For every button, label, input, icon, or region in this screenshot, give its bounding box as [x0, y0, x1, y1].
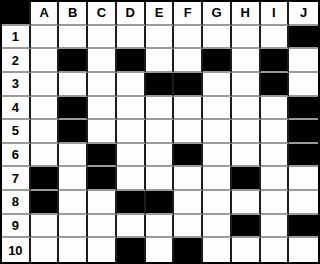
col-header-E: E	[146, 2, 175, 26]
cell-A4[interactable]	[31, 97, 60, 121]
row-header-3: 3	[2, 73, 31, 97]
col-header-H: H	[232, 2, 261, 26]
cell-F2[interactable]	[174, 49, 203, 73]
cell-I4[interactable]	[261, 97, 290, 121]
cell-C9[interactable]	[88, 215, 117, 239]
col-header-D: D	[117, 2, 146, 26]
blocked-cell-J9	[289, 215, 318, 239]
cell-H3[interactable]	[232, 73, 261, 97]
cell-H5[interactable]	[232, 120, 261, 144]
blocked-cell-J1	[289, 26, 318, 50]
col-header-G: G	[203, 2, 232, 26]
blocked-cell-E3	[146, 73, 175, 97]
blocked-cell-C7	[88, 167, 117, 191]
cell-I7[interactable]	[261, 167, 290, 191]
cell-G3[interactable]	[203, 73, 232, 97]
cell-C5[interactable]	[88, 120, 117, 144]
cell-E5[interactable]	[146, 120, 175, 144]
blocked-cell-B4	[59, 97, 88, 121]
row-header-1: 1	[2, 26, 31, 50]
cell-E7[interactable]	[146, 167, 175, 191]
cell-G10[interactable]	[203, 238, 232, 262]
blocked-cell-H7	[232, 167, 261, 191]
cell-H4[interactable]	[232, 97, 261, 121]
cell-A2[interactable]	[31, 49, 60, 73]
row-header-7: 7	[2, 167, 31, 191]
cell-I1[interactable]	[261, 26, 290, 50]
cell-E1[interactable]	[146, 26, 175, 50]
row-header-8: 8	[2, 191, 31, 215]
cell-C1[interactable]	[88, 26, 117, 50]
blocked-cell-D10	[117, 238, 146, 262]
cell-I9[interactable]	[261, 215, 290, 239]
cell-I8[interactable]	[261, 191, 290, 215]
corner-cell	[2, 2, 31, 26]
cell-E6[interactable]	[146, 144, 175, 168]
row-header-10: 10	[2, 238, 31, 262]
cell-G9[interactable]	[203, 215, 232, 239]
cell-B10[interactable]	[59, 238, 88, 262]
cell-F5[interactable]	[174, 120, 203, 144]
cell-F8[interactable]	[174, 191, 203, 215]
cell-G5[interactable]	[203, 120, 232, 144]
cell-D9[interactable]	[117, 215, 146, 239]
cell-F1[interactable]	[174, 26, 203, 50]
blocked-cell-C6	[88, 144, 117, 168]
cell-G7[interactable]	[203, 167, 232, 191]
col-header-I: I	[261, 2, 290, 26]
cell-C8[interactable]	[88, 191, 117, 215]
cell-B7[interactable]	[59, 167, 88, 191]
row-header-4: 4	[2, 97, 31, 121]
blocked-cell-D2	[117, 49, 146, 73]
col-header-C: C	[88, 2, 117, 26]
cell-I5[interactable]	[261, 120, 290, 144]
cell-J10[interactable]	[289, 238, 318, 262]
blocked-cell-G2	[203, 49, 232, 73]
cell-J2[interactable]	[289, 49, 318, 73]
col-header-J: J	[289, 2, 318, 26]
blocked-cell-F3	[174, 73, 203, 97]
cell-F7[interactable]	[174, 167, 203, 191]
col-header-F: F	[174, 2, 203, 26]
cell-G6[interactable]	[203, 144, 232, 168]
cell-J7[interactable]	[289, 167, 318, 191]
cell-A3[interactable]	[31, 73, 60, 97]
blocked-cell-J6	[289, 144, 318, 168]
cell-E9[interactable]	[146, 215, 175, 239]
cell-G4[interactable]	[203, 97, 232, 121]
cell-A6[interactable]	[31, 144, 60, 168]
cell-C2[interactable]	[88, 49, 117, 73]
cell-A9[interactable]	[31, 215, 60, 239]
cell-G8[interactable]	[203, 191, 232, 215]
cell-D4[interactable]	[117, 97, 146, 121]
blocked-cell-F10	[174, 238, 203, 262]
cell-B1[interactable]	[59, 26, 88, 50]
cell-A1[interactable]	[31, 26, 60, 50]
cell-I10[interactable]	[261, 238, 290, 262]
blocked-cell-I2	[261, 49, 290, 73]
cell-B8[interactable]	[59, 191, 88, 215]
cell-A5[interactable]	[31, 120, 60, 144]
cell-D3[interactable]	[117, 73, 146, 97]
cell-D6[interactable]	[117, 144, 146, 168]
cell-G1[interactable]	[203, 26, 232, 50]
blocked-cell-D8	[117, 191, 146, 215]
cell-H6[interactable]	[232, 144, 261, 168]
blocked-cell-B2	[59, 49, 88, 73]
cell-C4[interactable]	[88, 97, 117, 121]
blocked-cell-J4	[289, 97, 318, 121]
cell-J3[interactable]	[289, 73, 318, 97]
cell-F4[interactable]	[174, 97, 203, 121]
row-header-9: 9	[2, 215, 31, 239]
row-header-6: 6	[2, 144, 31, 168]
blocked-cell-A8	[31, 191, 60, 215]
cell-C10[interactable]	[88, 238, 117, 262]
cell-B9[interactable]	[59, 215, 88, 239]
blocked-cell-F6	[174, 144, 203, 168]
crossword-board: ABCDEFGHIJ12345678910	[0, 0, 320, 264]
cell-H10[interactable]	[232, 238, 261, 262]
row-header-2: 2	[2, 49, 31, 73]
row-header-5: 5	[2, 120, 31, 144]
cell-H2[interactable]	[232, 49, 261, 73]
blocked-cell-E8	[146, 191, 175, 215]
blocked-cell-B5	[59, 120, 88, 144]
cell-I6[interactable]	[261, 144, 290, 168]
blocked-cell-I3	[261, 73, 290, 97]
cell-B6[interactable]	[59, 144, 88, 168]
col-header-B: B	[59, 2, 88, 26]
blocked-cell-J5	[289, 120, 318, 144]
cell-A10[interactable]	[31, 238, 60, 262]
cell-E10[interactable]	[146, 238, 175, 262]
cell-B3[interactable]	[59, 73, 88, 97]
cell-E4[interactable]	[146, 97, 175, 121]
blocked-cell-H9	[232, 215, 261, 239]
cell-F9[interactable]	[174, 215, 203, 239]
blocked-cell-A7	[31, 167, 60, 191]
cell-C3[interactable]	[88, 73, 117, 97]
col-header-A: A	[31, 2, 60, 26]
cell-D1[interactable]	[117, 26, 146, 50]
cell-E2[interactable]	[146, 49, 175, 73]
cell-H1[interactable]	[232, 26, 261, 50]
cell-J8[interactable]	[289, 191, 318, 215]
cell-D5[interactable]	[117, 120, 146, 144]
cell-H8[interactable]	[232, 191, 261, 215]
cell-D7[interactable]	[117, 167, 146, 191]
